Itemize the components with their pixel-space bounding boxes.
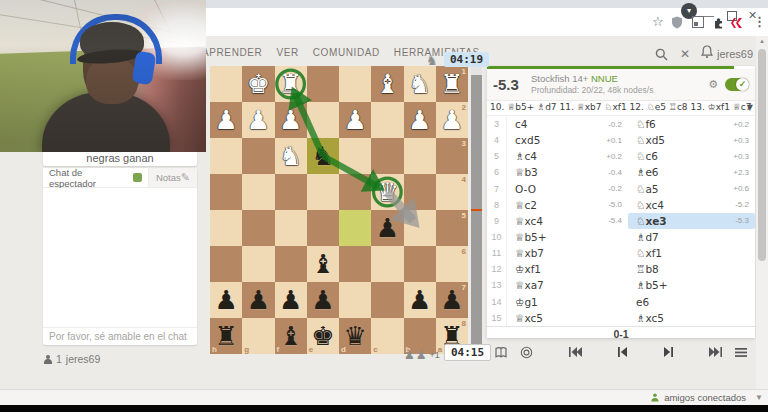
black-knight[interactable]: ♞ [307,138,339,174]
move-number: 14 [487,294,507,310]
square-g7[interactable]: ♟ [242,282,274,318]
chess-board[interactable]: ♚♜♝♞1♜♟♟♟♟♟2♟♞♞3♛4♟5♝6♟♟♟♟♟7♟h♜gf♝e♚d♛cb… [210,66,468,354]
white-pawn[interactable]: ♟ [275,102,307,138]
move-number: 5 [487,148,507,164]
page-scrollbar[interactable]: ▲ [756,36,768,389]
material-advantage: +1 [430,350,440,360]
square-h8[interactable]: h♜ [210,318,242,354]
white-move[interactable]: cxd5+0.1 [507,132,628,148]
scrollbar-thumb[interactable] [758,49,766,261]
black-clock: 04:15 [444,344,491,361]
square-h7[interactable]: ♟ [210,282,242,318]
white-move[interactable]: ♔xf1 [507,261,628,277]
white-move[interactable]: c4-0.2 [507,116,628,132]
square-a5[interactable]: 5 [436,210,468,246]
white-move[interactable]: ♔g1 [507,294,628,310]
square-a7[interactable]: 7♟ [436,282,468,318]
square-c1[interactable]: ♝ [371,66,403,102]
black-move[interactable]: ♗xc5 [628,310,755,326]
black-pawn[interactable]: ♟ [436,282,468,318]
white-move[interactable]: ♕xc5 [507,310,628,326]
black-pawn[interactable]: ♟ [210,282,242,318]
chat-panel: Chat de espectador Notas ✎ [43,168,197,345]
white-queen[interactable]: ♛ [371,174,403,210]
knight-status-icon: ♞ [426,53,438,68]
black-rook[interactable]: ♜ [210,318,242,354]
square-e5[interactable] [307,210,339,246]
screenshot-extension-icon[interactable] [692,16,704,28]
square-f1[interactable]: ♜ [275,66,307,102]
white-move[interactable]: ♕xb7 [507,245,628,261]
shield-extension-icon[interactable] [671,15,683,33]
square-e1[interactable] [307,66,339,102]
black-move[interactable]: ♘xe3-5.3 [628,213,755,229]
square-c3[interactable] [371,138,403,174]
rank-label: 4 [462,175,466,184]
white-king[interactable]: ♚ [242,66,274,102]
tab-spectator-chat[interactable]: Chat de espectador [43,168,148,187]
white-pawn[interactable]: ♟ [210,102,242,138]
screen: ▾ — ✕ ☆ ⋮ APRENDER VER COMUNIDAD HERRAMI… [0,0,768,412]
square-e7[interactable]: ♟ [307,282,339,318]
move-number: 15 [487,310,507,326]
square-h3[interactable] [210,138,242,174]
chat-tabs: Chat de espectador Notas ✎ [43,168,197,188]
eval-gauge [471,66,482,354]
move-row: 3c4-0.2♘f6+0.2 [487,116,755,132]
black-queen[interactable]: ♛ [339,318,371,354]
move-number: 13 [487,277,507,293]
square-b3[interactable] [404,138,436,174]
rank-label: 3 [462,139,466,148]
move-number: 4 [487,132,507,148]
spectator-count: 1 jeres69 [43,353,100,365]
move-number: 3 [487,116,507,132]
move-number: 10 [487,229,507,245]
chat-enabled-toggle[interactable] [133,173,142,182]
menu-item-comunidad[interactable]: COMUNIDAD [313,47,380,58]
captured-pawn-icon: ♟ [404,348,415,362]
white-move[interactable]: ♗c4+0.2 [507,148,628,164]
menu-item-aprender[interactable]: APRENDER [202,47,262,58]
move-number: 8 [487,197,507,213]
search-icon[interactable] [655,47,668,65]
move-row: 9♕xc4-5.4♘xe3-5.3 [487,213,755,229]
square-d6[interactable] [339,246,371,282]
eval-score: -5.3 [493,76,531,93]
close-icon[interactable]: ✕ [680,47,690,61]
white-pawn[interactable]: ♟ [242,102,274,138]
black-move[interactable]: ♗b5+ [628,277,755,293]
black-move[interactable]: ♘a5+0.6 [628,181,755,197]
white-pawn[interactable]: ♟ [436,102,468,138]
black-move[interactable]: e6 [628,294,755,310]
black-move[interactable]: ♘c6+0.3 [628,148,755,164]
bell-icon[interactable] [701,45,713,63]
menu-item-ver[interactable]: VER [276,47,298,58]
nnue-badge: NNUE [591,73,618,84]
square-f6[interactable] [275,246,307,282]
square-b6[interactable] [404,246,436,282]
menu-hamburger-icon[interactable] [735,347,747,358]
black-move[interactable]: ♖b8 [628,261,755,277]
engine-depth: Profundidad: 20/22, 48k nodes/s [531,85,708,96]
friends-person-icon [651,393,659,401]
engine-name: Stockfish 14+ NNUE [531,73,708,85]
scrollbar-up-arrow[interactable]: ▲ [756,38,768,44]
square-c4[interactable]: ♛ [371,174,403,210]
square-a6[interactable]: 6 [436,246,468,282]
white-knight[interactable]: ♞ [275,138,307,174]
move-row: 4cxd5+0.1♘xd5+0.3 [487,132,755,148]
black-pawn[interactable]: ♟ [307,282,339,318]
square-c5[interactable]: ♟ [371,210,403,246]
rank-label: 5 [462,211,466,220]
move-row: 11♕xb7♘xf1 [487,245,755,261]
file-label: g [244,345,249,354]
white-move[interactable]: ♕xc4-5.4 [507,213,628,229]
black-move[interactable]: ♘xf1 [628,245,755,261]
square-d5[interactable] [339,210,371,246]
white-pawn[interactable]: ♟ [339,102,371,138]
white-move[interactable]: ♕c2-5.0 [507,197,628,213]
square-d3[interactable] [339,138,371,174]
white-pawn[interactable]: ♟ [404,102,436,138]
engine-toggle-knob: ✓ [736,78,749,91]
target-icon[interactable] [520,346,533,359]
square-c6[interactable] [371,246,403,282]
white-move[interactable]: ♕b3-0.4 [507,164,628,180]
square-d8[interactable]: d♛ [339,318,371,354]
tab-notes[interactable]: Notas ✎ [148,168,197,187]
move-number: 11 [487,245,507,261]
black-pawn[interactable]: ♟ [242,282,274,318]
white-move[interactable]: ♕xa7 [507,277,628,293]
square-f8[interactable]: f♝ [275,318,307,354]
square-e3[interactable]: ♞ [307,138,339,174]
move-row: 13♕xa7♗b5+ [487,277,755,293]
move-row: 15♕xc5♗xc5 [487,310,755,326]
white-knight[interactable]: ♞ [404,66,436,102]
browser-menu-dots[interactable]: ⋮ [753,15,766,29]
next-move-button[interactable] [663,346,674,358]
white-bishop[interactable]: ♝ [371,66,403,102]
square-e8[interactable]: e♚ [307,318,339,354]
analysis-controls [487,343,755,361]
black-move[interactable]: ♗e6+2.3 [628,164,755,180]
first-move-button[interactable] [568,346,583,358]
bookmark-star-icon[interactable]: ☆ [652,15,664,29]
square-d4[interactable] [339,174,371,210]
square-e2[interactable] [307,102,339,138]
square-a2[interactable]: 2♟ [436,102,468,138]
black-move[interactable]: ♗d7 [628,229,755,245]
move-number: 9 [487,213,507,229]
black-move[interactable]: ♘xd5+0.3 [628,132,755,148]
square-c7[interactable] [371,282,403,318]
white-clock: 04:19 [444,52,489,67]
pencil-icon: ✎ [181,171,190,184]
taskbar-edge [0,405,768,412]
square-g8[interactable]: g [242,318,274,354]
square-c2[interactable] [371,102,403,138]
captured-pawn-icon: ♟ [416,348,427,362]
move-row: 10♕b5+♗d7 [487,229,755,245]
square-f7[interactable]: ♟ [275,282,307,318]
square-h5[interactable] [210,210,242,246]
move-list: 3c4-0.2♘f6+0.24cxd5+0.1♘xd5+0.35♗c4+0.2♘… [487,116,755,326]
site-menu: APRENDER VER COMUNIDAD HERRAMIENTAS [202,47,480,58]
white-rook[interactable]: ♜ [436,66,468,102]
square-a1[interactable]: 1♜ [436,66,468,102]
move-row: 8♕c2-5.0♘xc4-5.2 [487,197,755,213]
engine-header: -5.3 Stockfish 14+ NNUE Profundidad: 20/… [487,69,755,101]
chat-messages [43,188,197,327]
square-e6[interactable]: ♝ [307,246,339,282]
chat-input-row [43,327,197,345]
square-g2[interactable]: ♟ [242,102,274,138]
square-g5[interactable] [242,210,274,246]
move-row: 7O-O-0.2♘a5+0.6 [487,181,755,197]
puzzle-extensions-icon[interactable] [712,15,725,33]
game-result: 0-1 [487,326,755,342]
square-b1[interactable]: ♞ [404,66,436,102]
move-row: 14♔g1e6 [487,294,755,310]
square-f5[interactable] [275,210,307,246]
webcam-video [0,0,206,152]
black-bishop[interactable]: ♝ [275,318,307,354]
analysis-panel: -5.3 Stockfish 14+ NNUE Profundidad: 20/… [487,66,755,338]
gear-icon[interactable]: ⚙ [708,78,718,91]
white-move[interactable]: O-O-0.2 [507,181,628,197]
captured-pieces-tray: ♟♟+1 [404,348,440,362]
engine-line[interactable]: 10. ♕b5+ ♗d7 11. ♕xb7 ♘xf1 12. ♘e5 ♖c8 1… [487,101,755,116]
chat-input[interactable] [43,331,197,342]
book-icon[interactable] [494,346,508,359]
move-number: 7 [487,181,507,197]
black-pawn[interactable]: ♟ [371,210,403,246]
white-rook[interactable]: ♜ [275,66,307,102]
black-move[interactable]: ♘f6+0.2 [628,116,755,132]
square-f4[interactable] [275,174,307,210]
expand-line-caret[interactable]: ▼ [747,103,753,112]
square-d2[interactable]: ♟ [339,102,371,138]
square-b4[interactable] [404,174,436,210]
square-g4[interactable] [242,174,274,210]
square-b7[interactable]: ♟ [404,282,436,318]
square-b2[interactable]: ♟ [404,102,436,138]
engine-toggle[interactable]: ✓ [725,78,749,91]
square-d7[interactable] [339,282,371,318]
eval-gauge-white-section [471,66,482,75]
move-row: 5♗c4+0.2♘c6+0.3 [487,148,755,164]
friends-connected-bar[interactable]: amigos conectados [0,389,768,405]
black-bishop[interactable]: ♝ [307,246,339,282]
username[interactable]: jeres69 [717,48,753,60]
square-g6[interactable] [242,246,274,282]
move-number: 12 [487,261,507,277]
square-g1[interactable]: ♚ [242,66,274,102]
last-move-button[interactable] [708,346,723,358]
square-b5[interactable] [404,210,436,246]
black-pawn[interactable]: ♟ [275,282,307,318]
square-c8[interactable]: c [371,318,403,354]
black-move[interactable]: ♘xc4-5.2 [628,197,755,213]
square-h1[interactable] [210,66,242,102]
white-move[interactable]: ♕b5+ [507,229,628,245]
file-label: c [373,345,377,354]
rank-label: 6 [462,247,466,256]
move-row: 6♕b3-0.4♗e6+2.3 [487,164,755,180]
friends-bar-caret[interactable]: ▼ [755,393,763,402]
black-king[interactable]: ♚ [307,318,339,354]
square-h2[interactable]: ♟ [210,102,242,138]
prev-move-button[interactable] [617,346,628,358]
square-a3[interactable]: 3 [436,138,468,174]
move-row: 12♔xf1♖b8 [487,261,755,277]
square-h6[interactable] [210,246,242,282]
square-f2[interactable]: ♟ [275,102,307,138]
square-a4[interactable]: 4 [436,174,468,210]
square-d1[interactable] [339,66,371,102]
square-e4[interactable] [307,174,339,210]
black-pawn[interactable]: ♟ [404,282,436,318]
hive-extension-icon[interactable] [730,15,744,33]
spectator-name[interactable]: jeres69 [66,353,100,365]
square-g3[interactable] [242,138,274,174]
person-icon [43,355,52,364]
eval-gauge-center-tick [471,209,482,211]
square-f3[interactable]: ♞ [275,138,307,174]
square-h4[interactable] [210,174,242,210]
move-number: 6 [487,164,507,180]
